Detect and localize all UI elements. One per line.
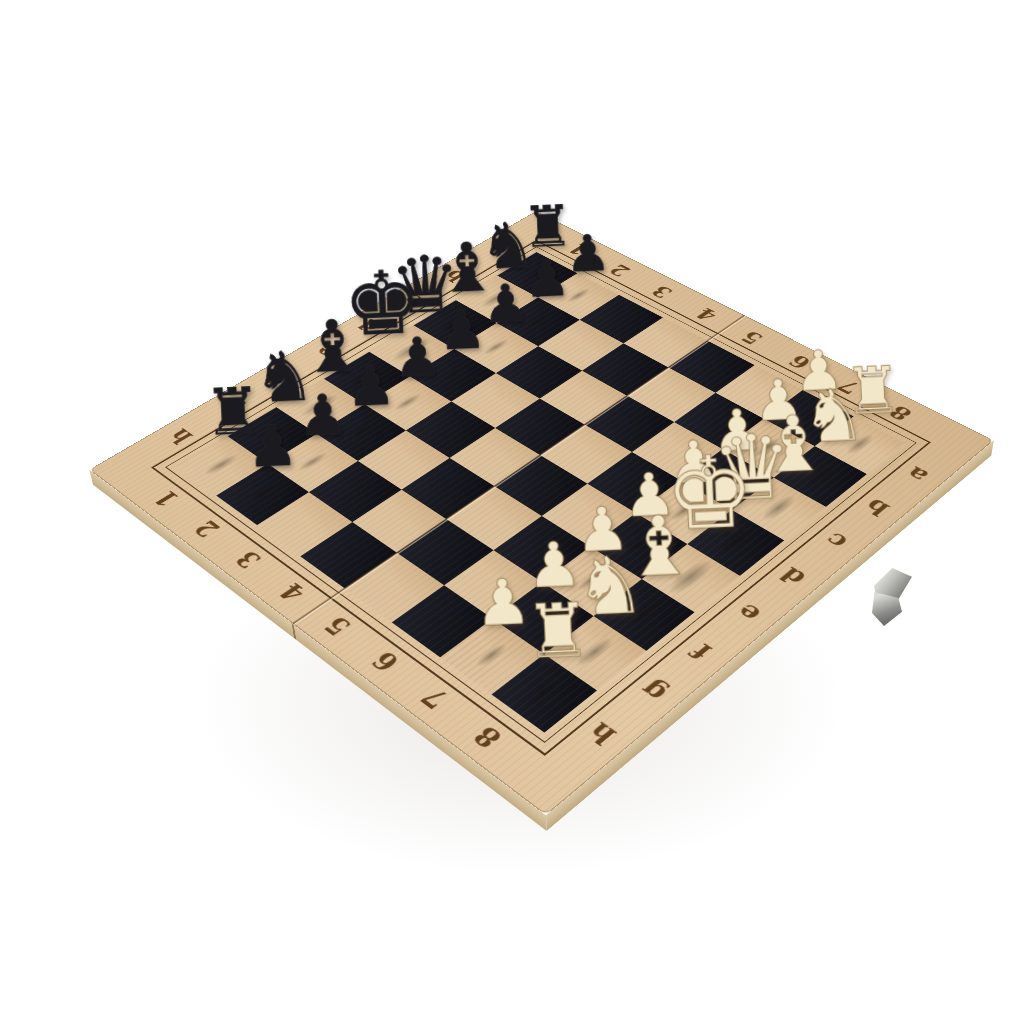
board-3d-tilt: hh11gg22ff33ee44dd55cc66bb77aa88 ♜♞♝♛♚♝♞… [89, 211, 994, 815]
file-label-bottom-d: d [774, 563, 811, 590]
page-root: { "game": "chess", "description": "Overh… [0, 0, 1024, 1024]
rank-label-left-2: 2 [188, 516, 226, 541]
chess-board: hh11gg22ff33ee44dd55cc66bb77aa88 ♜♞♝♛♚♝♞… [89, 211, 994, 815]
rank-label-left-1: 1 [148, 487, 185, 511]
rank-label-left-6: 6 [365, 647, 405, 676]
file-label-bottom-c: c [819, 529, 853, 554]
rank-label-left-3: 3 [229, 547, 267, 573]
file-label-bottom-a: a [900, 463, 934, 486]
rank-label-left-4: 4 [273, 579, 312, 606]
file-label-bottom-g: g [633, 676, 673, 707]
piece-shadow [472, 641, 512, 670]
file-label-top-h: h [163, 425, 199, 447]
metal-clasp [872, 566, 916, 628]
product-photo-scene: hh11gg22ff33ee44dd55cc66bb77aa88 ♜♞♝♛♚♝♞… [0, 0, 1024, 1024]
piece-shadow [521, 675, 567, 710]
file-label-bottom-e: e [730, 600, 767, 627]
piece-shadow [243, 481, 280, 505]
rank-label-left-7: 7 [415, 683, 456, 714]
file-label-bottom-f: f [685, 639, 718, 664]
rank-label-left-8: 8 [467, 721, 509, 753]
black-p-glyph: ♟ [246, 416, 300, 475]
file-label-bottom-b: b [859, 495, 895, 520]
rank-label-left-5: 5 [318, 612, 358, 640]
white-r-glyph: ♜ [523, 592, 593, 669]
side-fold-seam [291, 623, 295, 640]
file-label-bottom-h: h [581, 717, 623, 750]
